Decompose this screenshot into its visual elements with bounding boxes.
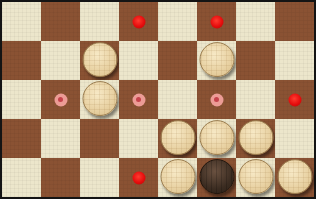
square-r1c1[interactable] [2,2,41,41]
white-checker-piece[interactable] [160,159,195,194]
square-r1c2[interactable] [41,2,80,41]
square-r4c7[interactable] [236,119,275,158]
square-r2c2[interactable] [41,41,80,80]
square-r3c2[interactable] [41,80,80,119]
square-r3c5[interactable] [158,80,197,119]
white-checker-piece[interactable] [199,42,234,77]
square-r4c3[interactable] [80,119,119,158]
square-r1c6[interactable] [197,2,236,41]
square-r5c8[interactable] [275,158,314,197]
square-r5c7[interactable] [236,158,275,197]
square-r5c5[interactable] [158,158,197,197]
red-move-marker[interactable] [210,15,223,28]
pink-target-marker[interactable] [210,93,223,106]
dark-checker-piece[interactable] [199,159,234,194]
square-r1c8[interactable] [275,2,314,41]
square-r2c7[interactable] [236,41,275,80]
square-r2c1[interactable] [2,41,41,80]
white-checker-piece[interactable] [277,159,312,194]
white-checker-piece[interactable] [199,120,234,155]
square-r1c3[interactable] [80,2,119,41]
square-r3c7[interactable] [236,80,275,119]
square-r2c4[interactable] [119,41,158,80]
square-r3c8[interactable] [275,80,314,119]
white-checker-piece[interactable] [160,120,195,155]
checkers-board [0,0,316,199]
pink-target-marker[interactable] [132,93,145,106]
square-r2c3[interactable] [80,41,119,80]
square-r4c6[interactable] [197,119,236,158]
square-r1c7[interactable] [236,2,275,41]
square-r5c6[interactable] [197,158,236,197]
square-r3c6[interactable] [197,80,236,119]
square-r3c4[interactable] [119,80,158,119]
white-checker-piece[interactable] [238,120,273,155]
red-move-marker[interactable] [132,15,145,28]
square-r1c5[interactable] [158,2,197,41]
square-r4c1[interactable] [2,119,41,158]
white-checker-piece[interactable] [82,81,117,116]
white-checker-piece[interactable] [82,42,117,77]
square-r3c1[interactable] [2,80,41,119]
square-r3c3[interactable] [80,80,119,119]
square-r4c8[interactable] [275,119,314,158]
red-move-marker[interactable] [132,171,145,184]
square-r1c4[interactable] [119,2,158,41]
square-r2c8[interactable] [275,41,314,80]
square-r2c5[interactable] [158,41,197,80]
square-r4c5[interactable] [158,119,197,158]
square-r4c2[interactable] [41,119,80,158]
square-r5c2[interactable] [41,158,80,197]
red-move-marker[interactable] [288,93,301,106]
square-r5c3[interactable] [80,158,119,197]
square-r5c1[interactable] [2,158,41,197]
square-r2c6[interactable] [197,41,236,80]
white-checker-piece[interactable] [238,159,273,194]
square-r4c4[interactable] [119,119,158,158]
pink-target-marker[interactable] [54,93,67,106]
square-r5c4[interactable] [119,158,158,197]
